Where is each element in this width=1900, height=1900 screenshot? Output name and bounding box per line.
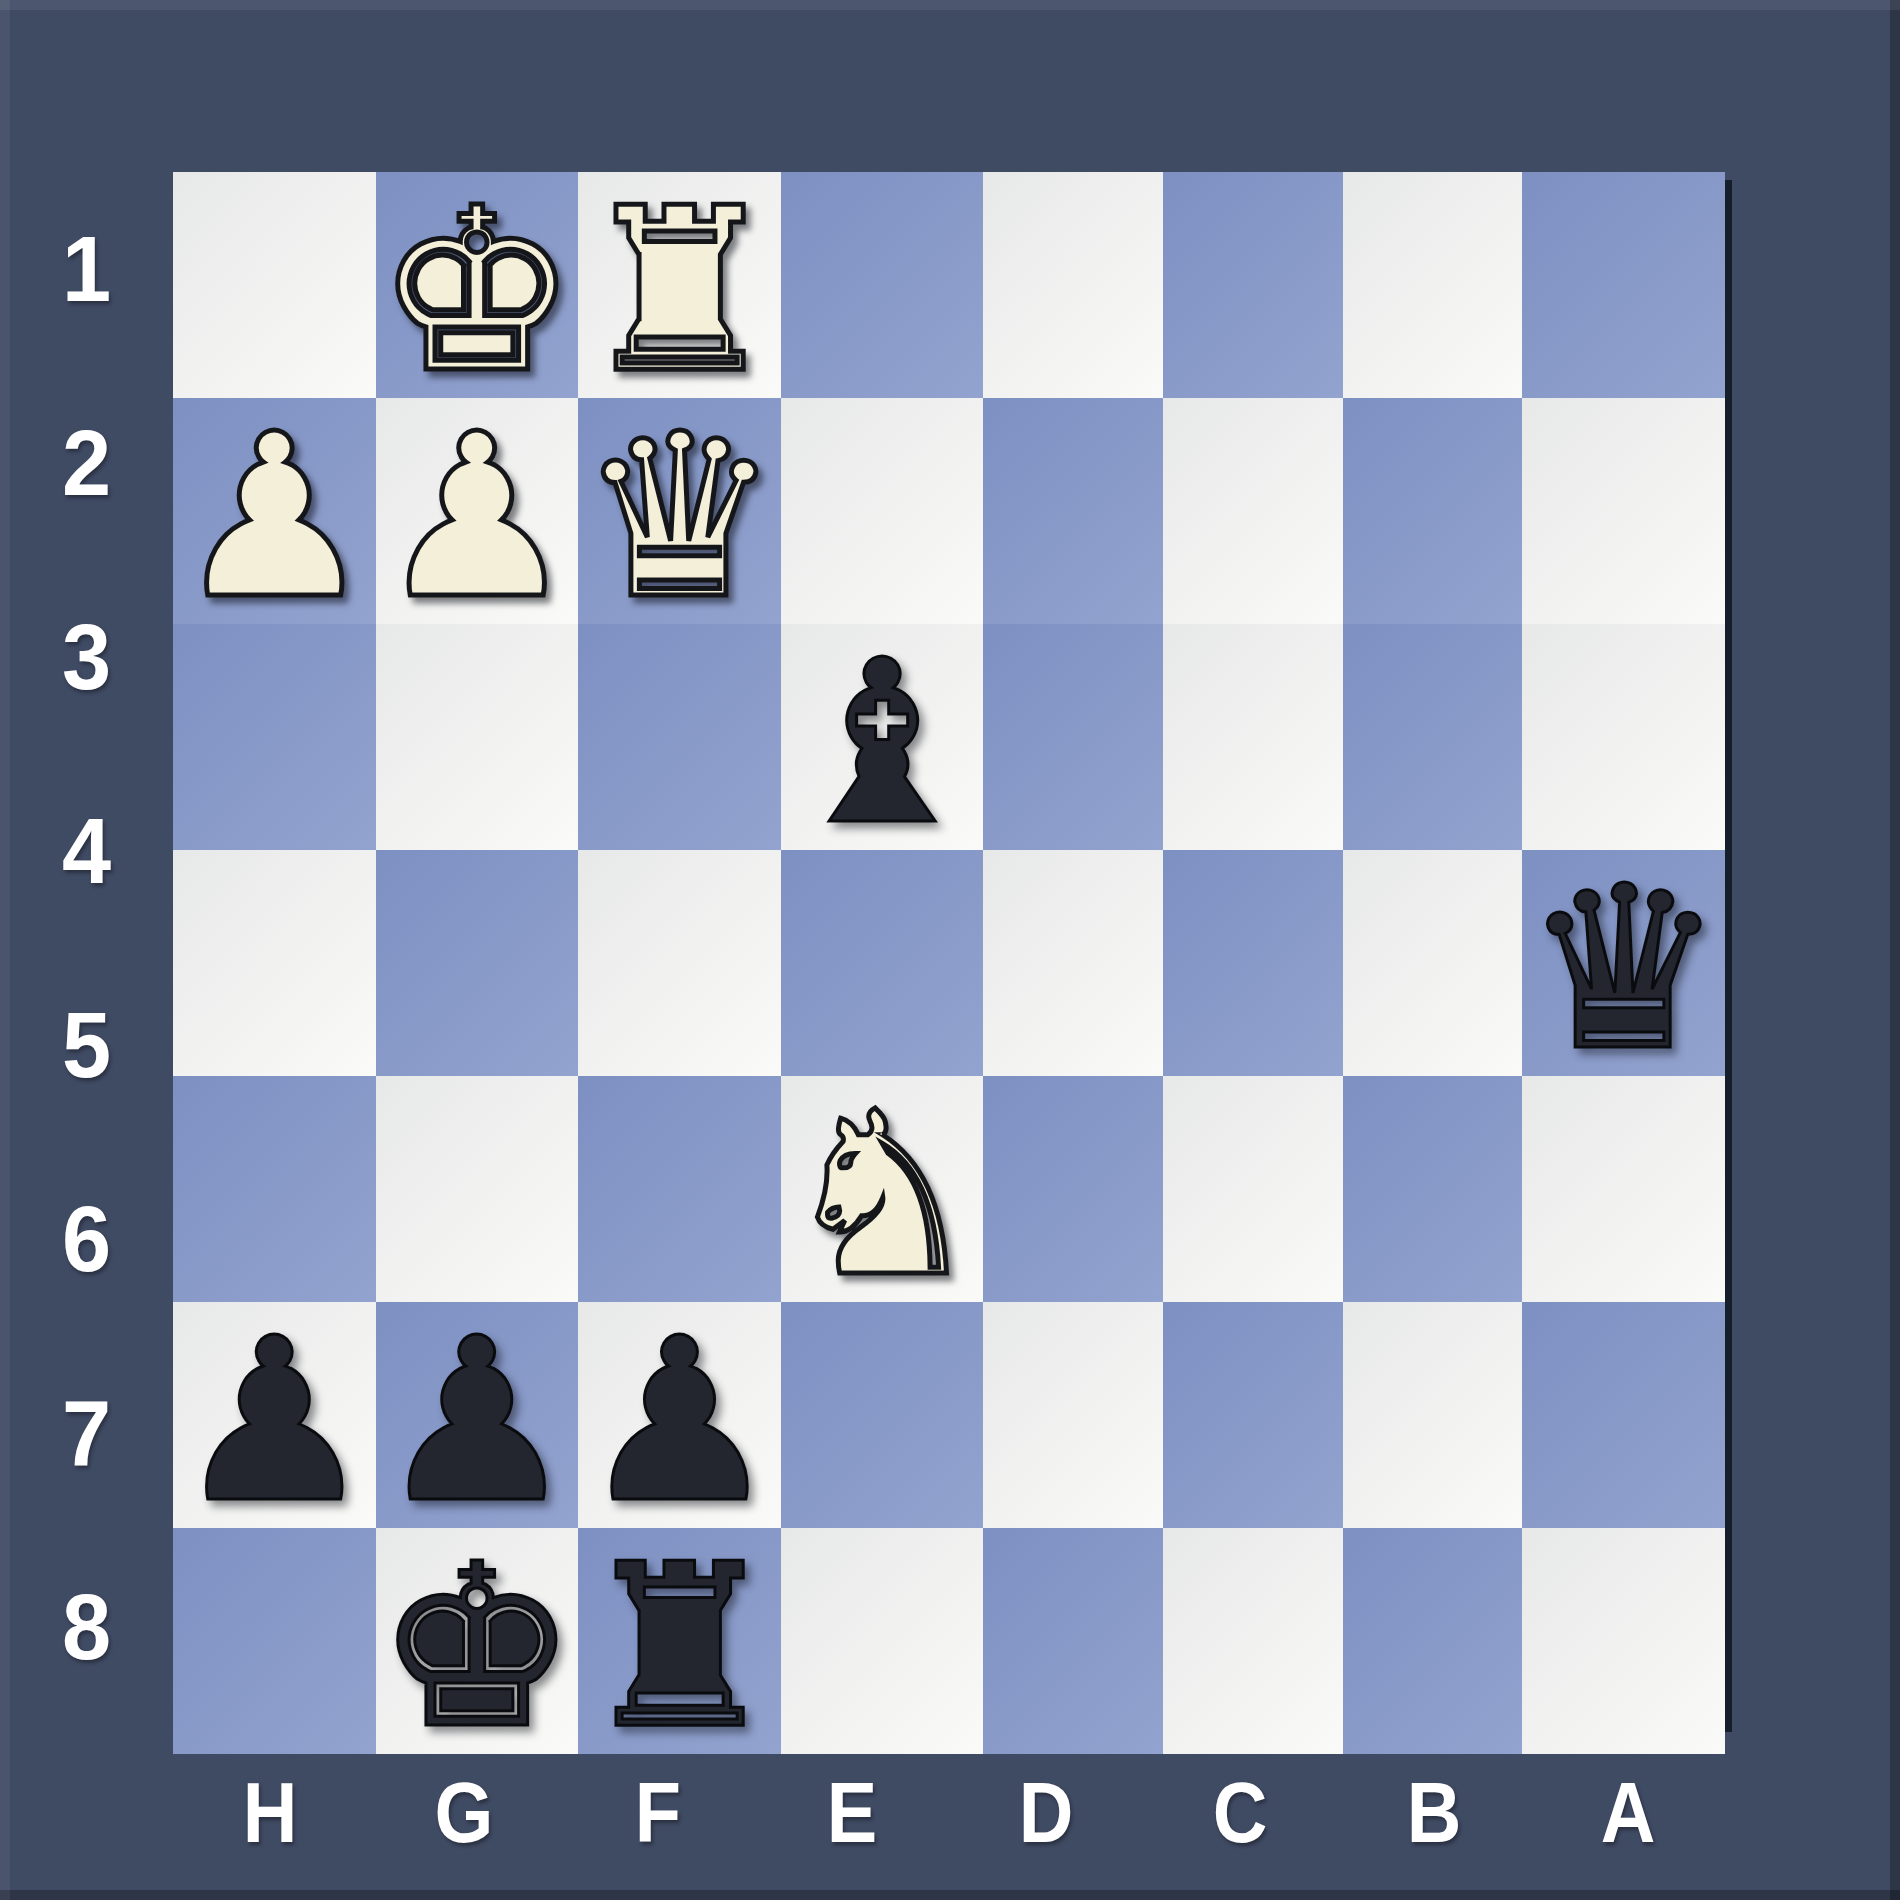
- square-f1[interactable]: ♜: [578, 172, 781, 398]
- square-a8[interactable]: [1522, 1528, 1725, 1754]
- square-g4[interactable]: [376, 624, 579, 850]
- rank-label-8: 8: [3, 1530, 169, 1724]
- file-labels: HGFEDCBA: [173, 1724, 1725, 1900]
- square-e1[interactable]: [781, 172, 984, 398]
- square-h2[interactable]: ♟: [173, 398, 376, 624]
- square-d8[interactable]: [983, 1528, 1163, 1754]
- file-label-c: C: [1155, 1724, 1326, 1900]
- piece-black-pawn-f7[interactable]: ♟: [578, 1308, 781, 1534]
- square-b5[interactable]: [1343, 850, 1523, 1076]
- square-d1[interactable]: [983, 172, 1163, 398]
- rank-label-4: 4: [3, 754, 169, 948]
- square-g5[interactable]: [376, 850, 579, 1076]
- square-c1[interactable]: [1163, 172, 1343, 398]
- piece-white-pawn-g2[interactable]: ♟: [376, 404, 579, 630]
- square-d2[interactable]: [983, 398, 1163, 624]
- piece-white-rook-f1[interactable]: ♜: [578, 178, 781, 404]
- square-e8[interactable]: [781, 1528, 984, 1754]
- square-c4[interactable]: [1163, 624, 1343, 850]
- square-e5[interactable]: [781, 850, 984, 1076]
- file-label-a: A: [1543, 1724, 1714, 1900]
- square-d6[interactable]: [983, 1076, 1163, 1302]
- square-e2[interactable]: [781, 398, 984, 624]
- square-a7[interactable]: [1522, 1302, 1725, 1528]
- file-label-f: F: [573, 1724, 744, 1900]
- square-c6[interactable]: [1163, 1076, 1343, 1302]
- square-f6[interactable]: [578, 1076, 781, 1302]
- square-g6[interactable]: [376, 1076, 579, 1302]
- square-h6[interactable]: [173, 1076, 376, 1302]
- square-h8[interactable]: [173, 1528, 376, 1754]
- square-b2[interactable]: [1343, 398, 1523, 624]
- square-f5[interactable]: [578, 850, 781, 1076]
- chess-diagram: ♚♜♟♟♛♝♛♞♟♟♟♚♜ 12345678 HGFEDCBA: [0, 0, 1900, 1900]
- rank-label-2: 2: [3, 366, 169, 560]
- square-a2[interactable]: [1522, 398, 1725, 624]
- square-b7[interactable]: [1343, 1302, 1523, 1528]
- rank-label-3: 3: [3, 560, 169, 754]
- piece-white-knight-e6[interactable]: ♞: [781, 1082, 984, 1308]
- square-e7[interactable]: [781, 1302, 984, 1528]
- piece-black-bishop-e4[interactable]: ♝: [781, 630, 984, 856]
- file-label-h: H: [185, 1724, 356, 1900]
- square-d4[interactable]: [983, 624, 1163, 850]
- file-label-e: E: [767, 1724, 938, 1900]
- square-h5[interactable]: [173, 850, 376, 1076]
- rank-label-1: 1: [3, 172, 169, 366]
- chess-board: ♚♜♟♟♛♝♛♞♟♟♟♚♜: [173, 172, 1725, 1724]
- piece-white-pawn-h2[interactable]: ♟: [173, 404, 376, 630]
- piece-black-queen-a5[interactable]: ♛: [1522, 856, 1725, 1082]
- square-b6[interactable]: [1343, 1076, 1523, 1302]
- piece-black-pawn-g7[interactable]: ♟: [376, 1308, 579, 1534]
- rank-label-5: 5: [3, 948, 169, 1142]
- square-a4[interactable]: [1522, 624, 1725, 850]
- square-e6[interactable]: ♞: [781, 1076, 984, 1302]
- square-b4[interactable]: [1343, 624, 1523, 850]
- piece-white-queen-f2[interactable]: ♛: [578, 404, 781, 630]
- square-c5[interactable]: [1163, 850, 1343, 1076]
- square-c8[interactable]: [1163, 1528, 1343, 1754]
- piece-white-king-g1[interactable]: ♚: [376, 178, 579, 404]
- square-d7[interactable]: [983, 1302, 1163, 1528]
- square-b1[interactable]: [1343, 172, 1523, 398]
- square-g1[interactable]: ♚: [376, 172, 579, 398]
- square-h1[interactable]: [173, 172, 376, 398]
- rank-label-6: 6: [3, 1142, 169, 1336]
- file-label-b: B: [1349, 1724, 1520, 1900]
- square-c2[interactable]: [1163, 398, 1343, 624]
- square-e4[interactable]: ♝: [781, 624, 984, 850]
- square-a5[interactable]: ♛: [1522, 850, 1725, 1076]
- square-c7[interactable]: [1163, 1302, 1343, 1528]
- square-g2[interactable]: ♟: [376, 398, 579, 624]
- square-a1[interactable]: [1522, 172, 1725, 398]
- square-g7[interactable]: ♟: [376, 1302, 579, 1528]
- square-h4[interactable]: [173, 624, 376, 850]
- square-g8[interactable]: ♚: [376, 1528, 579, 1754]
- square-a6[interactable]: [1522, 1076, 1725, 1302]
- file-label-g: G: [379, 1724, 550, 1900]
- square-h7[interactable]: ♟: [173, 1302, 376, 1528]
- rank-labels: 12345678: [0, 172, 173, 1724]
- square-f4[interactable]: [578, 624, 781, 850]
- square-d5[interactable]: [983, 850, 1163, 1076]
- square-b8[interactable]: [1343, 1528, 1523, 1754]
- rank-label-7: 7: [3, 1336, 169, 1530]
- square-f2[interactable]: ♛: [578, 398, 781, 624]
- square-f7[interactable]: ♟: [578, 1302, 781, 1528]
- file-label-d: D: [961, 1724, 1132, 1900]
- piece-black-pawn-h7[interactable]: ♟: [173, 1308, 376, 1534]
- square-f8[interactable]: ♜: [578, 1528, 781, 1754]
